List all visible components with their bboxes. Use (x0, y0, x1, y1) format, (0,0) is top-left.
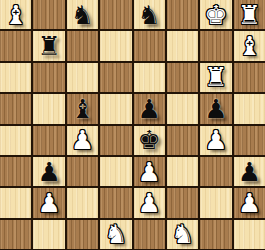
square-e8[interactable]: ♞ (134, 0, 165, 29)
square-d3[interactable] (100, 157, 131, 186)
square-g7[interactable] (200, 31, 231, 60)
square-c5[interactable]: ♝ (67, 94, 98, 123)
square-a8[interactable]: ♝ (0, 0, 31, 29)
square-a2[interactable] (0, 188, 31, 217)
square-g8[interactable]: ♚ (200, 0, 231, 29)
white-pawn-icon[interactable]: ♟ (138, 190, 161, 216)
square-f4[interactable] (167, 126, 198, 155)
white-bishop-icon[interactable]: ♝ (238, 33, 261, 59)
square-a6[interactable] (0, 63, 31, 92)
square-d5[interactable] (100, 94, 131, 123)
square-d2[interactable] (100, 188, 131, 217)
square-c8[interactable]: ♞ (67, 0, 98, 29)
square-c4[interactable]: ♟ (67, 126, 98, 155)
square-f2[interactable] (167, 188, 198, 217)
square-g1[interactable] (200, 220, 231, 249)
black-knight-icon[interactable]: ♞ (71, 2, 94, 28)
square-c7[interactable] (67, 31, 98, 60)
square-e5[interactable]: ♟ (134, 94, 165, 123)
black-knight-icon[interactable]: ♞ (138, 2, 161, 28)
black-pawn-icon[interactable]: ♟ (204, 96, 227, 122)
white-knight-icon[interactable]: ♞ (104, 221, 127, 247)
square-h7[interactable]: ♝ (234, 31, 265, 60)
chess-board: ♝♞♞♚♜♜♝♜♝♟♟♟♚♟♟♟♟♟♟♟♞♞ (0, 0, 265, 250)
square-g2[interactable] (200, 188, 231, 217)
chess-board-window: ♝♞♞♚♜♜♝♜♝♟♟♟♚♟♟♟♟♟♟♟♞♞ (0, 0, 265, 250)
white-knight-icon[interactable]: ♞ (171, 221, 194, 247)
white-pawn-icon[interactable]: ♟ (71, 127, 94, 153)
square-b5[interactable] (33, 94, 64, 123)
square-h4[interactable] (234, 126, 265, 155)
black-pawn-icon[interactable]: ♟ (138, 96, 161, 122)
square-c1[interactable] (67, 220, 98, 249)
square-d6[interactable] (100, 63, 131, 92)
square-d8[interactable] (100, 0, 131, 29)
square-f5[interactable] (167, 94, 198, 123)
square-c2[interactable] (67, 188, 98, 217)
white-rook-icon[interactable]: ♜ (238, 2, 261, 28)
square-c6[interactable] (67, 63, 98, 92)
square-a3[interactable] (0, 157, 31, 186)
square-a4[interactable] (0, 126, 31, 155)
square-h2[interactable]: ♟ (234, 188, 265, 217)
square-g4[interactable]: ♟ (200, 126, 231, 155)
square-b7[interactable]: ♜ (33, 31, 64, 60)
square-f6[interactable] (167, 63, 198, 92)
black-pawn-icon[interactable]: ♟ (238, 159, 261, 185)
square-a5[interactable] (0, 94, 31, 123)
square-b4[interactable] (33, 126, 64, 155)
square-f7[interactable] (167, 31, 198, 60)
square-g3[interactable] (200, 157, 231, 186)
white-bishop-icon[interactable]: ♝ (4, 2, 27, 28)
square-f8[interactable] (167, 0, 198, 29)
square-b1[interactable] (33, 220, 64, 249)
square-a7[interactable] (0, 31, 31, 60)
square-f1[interactable]: ♞ (167, 220, 198, 249)
square-d7[interactable] (100, 31, 131, 60)
white-rook-icon[interactable]: ♜ (204, 64, 227, 90)
square-e2[interactable]: ♟ (134, 188, 165, 217)
white-pawn-icon[interactable]: ♟ (238, 190, 261, 216)
black-bishop-icon[interactable]: ♝ (71, 96, 94, 122)
black-king-icon[interactable]: ♚ (138, 127, 161, 153)
black-pawn-icon[interactable]: ♟ (37, 159, 60, 185)
square-b2[interactable]: ♟ (33, 188, 64, 217)
square-h3[interactable]: ♟ (234, 157, 265, 186)
square-e4[interactable]: ♚ (134, 126, 165, 155)
square-h8[interactable]: ♜ (234, 0, 265, 29)
black-rook-icon[interactable]: ♜ (37, 33, 60, 59)
square-e1[interactable] (134, 220, 165, 249)
white-pawn-icon[interactable]: ♟ (138, 159, 161, 185)
square-g5[interactable]: ♟ (200, 94, 231, 123)
square-e3[interactable]: ♟ (134, 157, 165, 186)
square-h1[interactable] (234, 220, 265, 249)
square-b3[interactable]: ♟ (33, 157, 64, 186)
square-e7[interactable] (134, 31, 165, 60)
square-g6[interactable]: ♜ (200, 63, 231, 92)
square-d4[interactable] (100, 126, 131, 155)
square-h6[interactable] (234, 63, 265, 92)
white-pawn-icon[interactable]: ♟ (204, 127, 227, 153)
square-d1[interactable]: ♞ (100, 220, 131, 249)
square-a1[interactable] (0, 220, 31, 249)
white-pawn-icon[interactable]: ♟ (37, 190, 60, 216)
square-b8[interactable] (33, 0, 64, 29)
square-f3[interactable] (167, 157, 198, 186)
square-c3[interactable] (67, 157, 98, 186)
square-h5[interactable] (234, 94, 265, 123)
square-e6[interactable] (134, 63, 165, 92)
square-b6[interactable] (33, 63, 64, 92)
white-king-icon[interactable]: ♚ (204, 2, 227, 28)
